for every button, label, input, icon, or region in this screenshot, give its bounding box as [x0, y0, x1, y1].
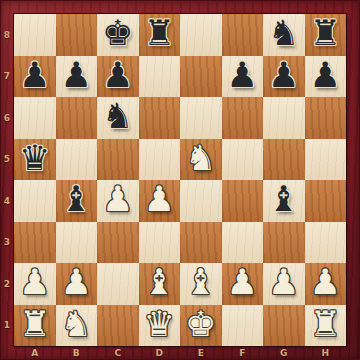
square-f8[interactable]	[222, 14, 264, 56]
square-h6[interactable]	[305, 97, 347, 139]
white-pawn-c4[interactable]: ♟	[102, 182, 133, 217]
square-b1[interactable]: ♞	[56, 305, 98, 347]
rank-label-1: 1	[0, 305, 14, 347]
square-h2[interactable]: ♟	[305, 263, 347, 305]
square-c1[interactable]	[97, 305, 139, 347]
square-g7[interactable]: ♟	[263, 56, 305, 98]
square-c4[interactable]: ♟	[97, 180, 139, 222]
white-knight-e5[interactable]: ♞	[185, 141, 216, 176]
square-h8[interactable]: ♜	[305, 14, 347, 56]
file-label-c: C	[97, 346, 139, 360]
square-c3[interactable]	[97, 222, 139, 264]
square-b3[interactable]	[56, 222, 98, 264]
black-pawn-g7[interactable]: ♟	[268, 58, 299, 93]
square-e1[interactable]: ♚	[180, 305, 222, 347]
square-a4[interactable]	[14, 180, 56, 222]
square-b8[interactable]	[56, 14, 98, 56]
square-f3[interactable]	[222, 222, 264, 264]
white-knight-b1[interactable]: ♞	[61, 307, 92, 342]
square-g2[interactable]: ♟	[263, 263, 305, 305]
square-e2[interactable]: ♝	[180, 263, 222, 305]
black-rook-d8[interactable]: ♜	[144, 16, 175, 51]
square-b5[interactable]	[56, 139, 98, 181]
square-a5[interactable]: ♛	[14, 139, 56, 181]
square-d3[interactable]	[139, 222, 181, 264]
square-g8[interactable]: ♞	[263, 14, 305, 56]
black-bishop-g4[interactable]: ♝	[268, 182, 299, 217]
white-queen-d1[interactable]: ♛	[144, 307, 175, 342]
black-knight-c6[interactable]: ♞	[102, 99, 133, 134]
square-d6[interactable]	[139, 97, 181, 139]
rank-label-6: 6	[0, 97, 14, 139]
square-a7[interactable]: ♟	[14, 56, 56, 98]
square-d4[interactable]: ♟	[139, 180, 181, 222]
rank-label-5: 5	[0, 139, 14, 181]
square-e4[interactable]	[180, 180, 222, 222]
white-king-e1[interactable]: ♚	[185, 307, 216, 342]
square-a3[interactable]	[14, 222, 56, 264]
square-d2[interactable]: ♝	[139, 263, 181, 305]
square-f1[interactable]	[222, 305, 264, 347]
file-label-f: F	[222, 346, 264, 360]
square-g5[interactable]	[263, 139, 305, 181]
square-f4[interactable]	[222, 180, 264, 222]
file-label-b: B	[56, 346, 98, 360]
black-pawn-a7[interactable]: ♟	[19, 58, 50, 93]
square-d8[interactable]: ♜	[139, 14, 181, 56]
square-c5[interactable]	[97, 139, 139, 181]
black-queen-a5[interactable]: ♛	[19, 141, 50, 176]
square-b7[interactable]: ♟	[56, 56, 98, 98]
square-f5[interactable]	[222, 139, 264, 181]
square-a1[interactable]: ♜	[14, 305, 56, 347]
square-f2[interactable]: ♟	[222, 263, 264, 305]
black-knight-g8[interactable]: ♞	[268, 16, 299, 51]
white-pawn-b2[interactable]: ♟	[61, 265, 92, 300]
chess-board-frame: ♚♜♞♜♟♟♟♟♟♟♞♛♞♝♟♟♝♟♟♝♝♟♟♟♜♞♛♚♜ 87654321 A…	[0, 0, 360, 360]
black-rook-h8[interactable]: ♜	[310, 16, 341, 51]
square-c7[interactable]: ♟	[97, 56, 139, 98]
square-d5[interactable]	[139, 139, 181, 181]
black-pawn-b7[interactable]: ♟	[61, 58, 92, 93]
rank-label-2: 2	[0, 263, 14, 305]
rank-label-8: 8	[0, 14, 14, 56]
square-d7[interactable]	[139, 56, 181, 98]
white-pawn-h2[interactable]: ♟	[310, 265, 341, 300]
square-h5[interactable]	[305, 139, 347, 181]
chess-diagram-page: { "game": "chess", "position": { "fen_pi…	[0, 0, 360, 360]
black-pawn-c7[interactable]: ♟	[102, 58, 133, 93]
black-pawn-f7[interactable]: ♟	[227, 58, 258, 93]
square-g1[interactable]	[263, 305, 305, 347]
square-g3[interactable]	[263, 222, 305, 264]
square-c8[interactable]: ♚	[97, 14, 139, 56]
square-c2[interactable]	[97, 263, 139, 305]
square-a2[interactable]: ♟	[14, 263, 56, 305]
rank-label-3: 3	[0, 222, 14, 264]
square-e6[interactable]	[180, 97, 222, 139]
square-a8[interactable]	[14, 14, 56, 56]
file-label-h: H	[305, 346, 347, 360]
square-b6[interactable]	[56, 97, 98, 139]
chess-board: ♚♜♞♜♟♟♟♟♟♟♞♛♞♝♟♟♝♟♟♝♝♟♟♟♜♞♛♚♜	[14, 14, 346, 346]
white-pawn-g2[interactable]: ♟	[268, 265, 299, 300]
square-d1[interactable]: ♛	[139, 305, 181, 347]
white-pawn-d4[interactable]: ♟	[144, 182, 175, 217]
white-bishop-d2[interactable]: ♝	[144, 265, 175, 300]
rank-label-4: 4	[0, 180, 14, 222]
square-b2[interactable]: ♟	[56, 263, 98, 305]
rank-label-7: 7	[0, 56, 14, 98]
black-pawn-h7[interactable]: ♟	[310, 58, 341, 93]
white-rook-a1[interactable]: ♜	[19, 307, 50, 342]
file-label-e: E	[180, 346, 222, 360]
white-pawn-a2[interactable]: ♟	[19, 265, 50, 300]
white-bishop-e2[interactable]: ♝	[185, 265, 216, 300]
square-f6[interactable]	[222, 97, 264, 139]
file-label-g: G	[263, 346, 305, 360]
black-king-c8[interactable]: ♚	[102, 16, 133, 51]
square-c6[interactable]: ♞	[97, 97, 139, 139]
square-e3[interactable]	[180, 222, 222, 264]
white-rook-h1[interactable]: ♜	[310, 307, 341, 342]
square-f7[interactable]: ♟	[222, 56, 264, 98]
square-e8[interactable]	[180, 14, 222, 56]
file-label-a: A	[14, 346, 56, 360]
square-h3[interactable]	[305, 222, 347, 264]
square-b4[interactable]: ♝	[56, 180, 98, 222]
black-bishop-b4[interactable]: ♝	[61, 182, 92, 217]
square-a6[interactable]	[14, 97, 56, 139]
square-h1[interactable]: ♜	[305, 305, 347, 347]
square-h7[interactable]: ♟	[305, 56, 347, 98]
square-e5[interactable]: ♞	[180, 139, 222, 181]
square-g4[interactable]: ♝	[263, 180, 305, 222]
square-g6[interactable]	[263, 97, 305, 139]
file-label-d: D	[139, 346, 181, 360]
square-e7[interactable]	[180, 56, 222, 98]
square-h4[interactable]	[305, 180, 347, 222]
white-pawn-f2[interactable]: ♟	[227, 265, 258, 300]
